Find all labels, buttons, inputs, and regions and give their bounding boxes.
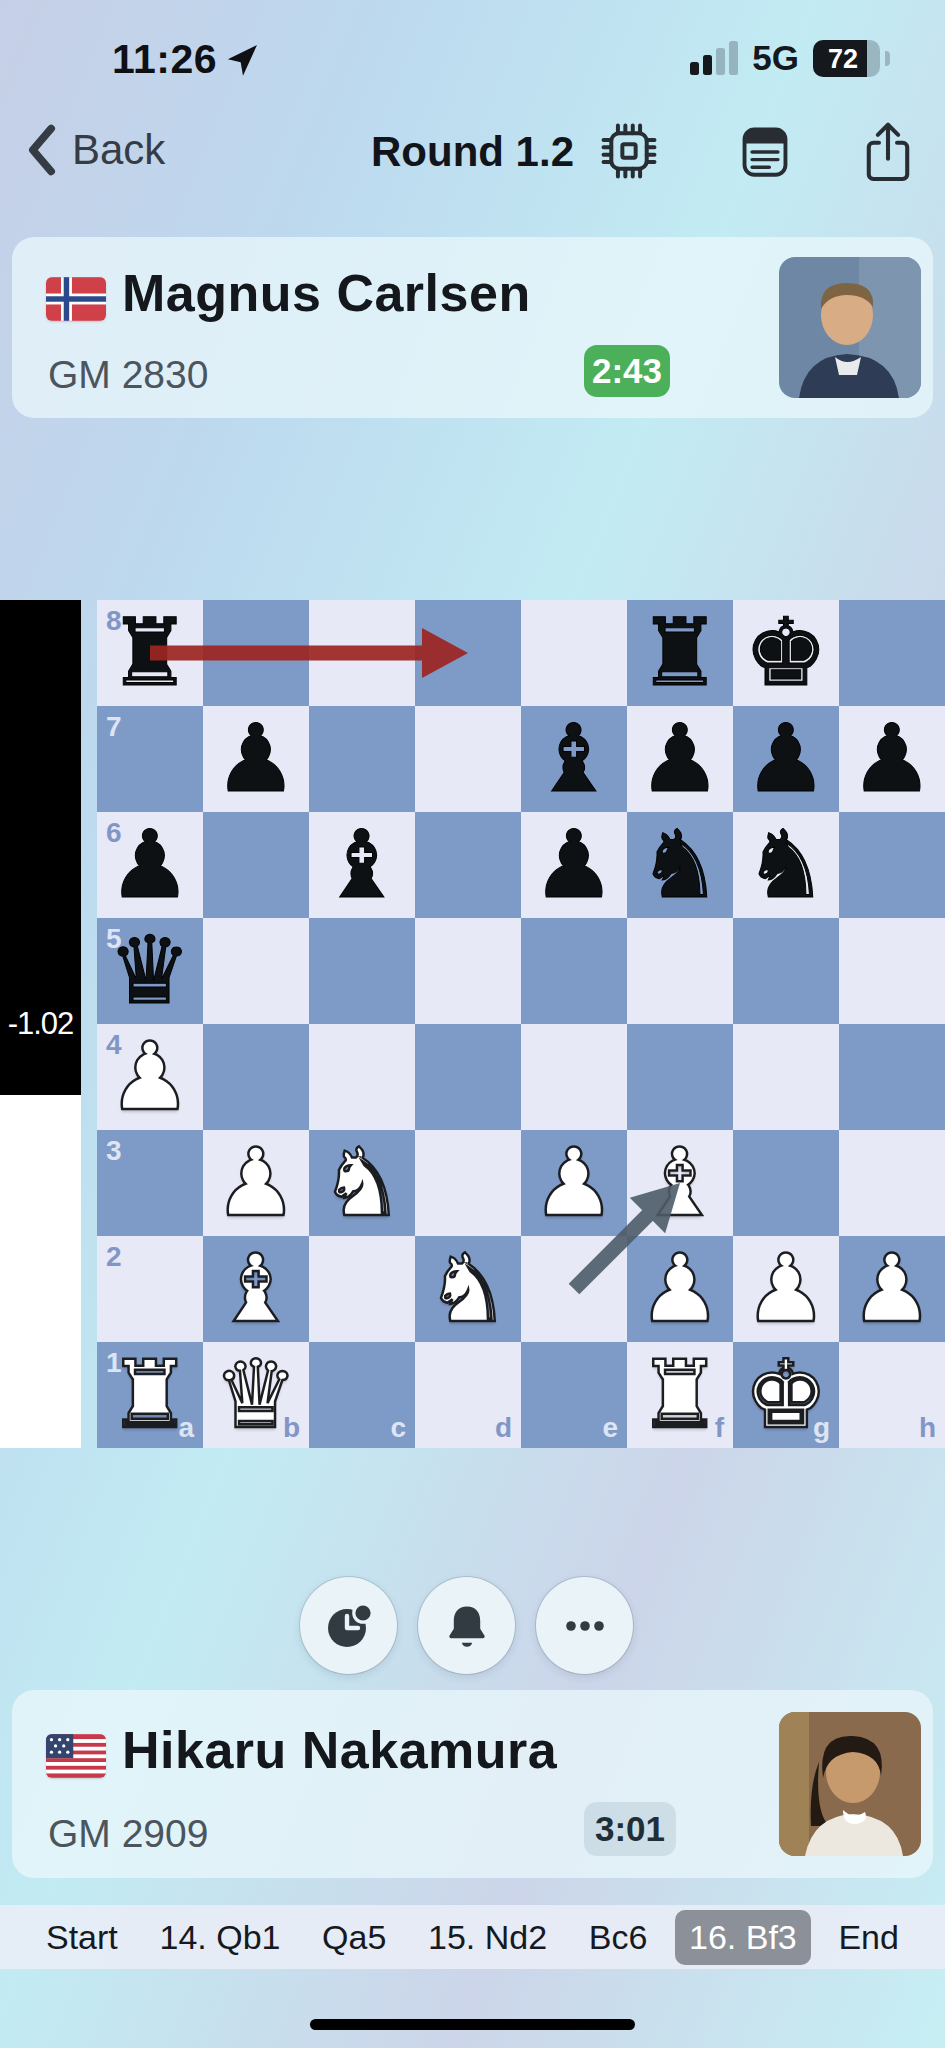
move-item-16-bf3[interactable]: 16. Bf3 bbox=[675, 1910, 811, 1965]
move-item-qa5[interactable]: Qa5 bbox=[308, 1910, 400, 1965]
evaluation-bar: -1.02 bbox=[0, 600, 81, 1448]
clock-alert-button[interactable] bbox=[300, 1577, 397, 1674]
black-P[interactable]: ♟ bbox=[744, 706, 828, 812]
square-h6[interactable] bbox=[839, 812, 945, 918]
black-N[interactable]: ♞ bbox=[744, 812, 828, 918]
black-B[interactable]: ♝ bbox=[320, 812, 404, 918]
square-h8[interactable] bbox=[839, 600, 945, 706]
white-P[interactable]: ♟ bbox=[532, 1130, 616, 1236]
square-a1[interactable]: ♜1a bbox=[97, 1342, 203, 1448]
square-d5[interactable] bbox=[415, 918, 521, 1024]
ellipsis-icon bbox=[559, 1600, 611, 1652]
square-a4[interactable]: ♟4 bbox=[97, 1024, 203, 1130]
square-e7[interactable]: ♝ bbox=[521, 706, 627, 812]
signal-icon bbox=[690, 41, 738, 75]
square-b1[interactable]: ♛b bbox=[203, 1342, 309, 1448]
white-N[interactable]: ♞ bbox=[426, 1236, 510, 1342]
move-item-bc6[interactable]: Bc6 bbox=[575, 1910, 662, 1965]
usa-flag-icon bbox=[46, 1734, 106, 1778]
evaluation-value: -1.02 bbox=[0, 1006, 81, 1042]
player-clock: 3:01 bbox=[584, 1802, 676, 1856]
player-clock: 2:43 bbox=[584, 345, 670, 397]
square-h7[interactable]: ♟ bbox=[839, 706, 945, 812]
black-P[interactable]: ♟ bbox=[214, 706, 298, 812]
white-R[interactable]: ♜ bbox=[638, 1342, 722, 1448]
black-B[interactable]: ♝ bbox=[532, 706, 616, 812]
rank-label-1: 1 bbox=[106, 1349, 122, 1377]
square-b6[interactable] bbox=[203, 812, 309, 918]
square-d1[interactable]: d bbox=[415, 1342, 521, 1448]
square-c4[interactable] bbox=[309, 1024, 415, 1130]
rank-label-3: 3 bbox=[106, 1137, 122, 1165]
share-icon[interactable] bbox=[862, 120, 914, 186]
square-b7[interactable]: ♟ bbox=[203, 706, 309, 812]
file-label-a: a bbox=[178, 1414, 194, 1442]
location-arrow-icon bbox=[222, 40, 262, 80]
square-e5[interactable] bbox=[521, 918, 627, 1024]
square-a2[interactable]: 2 bbox=[97, 1236, 203, 1342]
move-list-bar: Start14. Qb1Qa515. Nd2Bc616. Bf3End bbox=[0, 1905, 945, 1969]
player-card-white: Hikaru Nakamura GM 2909 3:01 bbox=[12, 1690, 933, 1878]
square-g8[interactable]: ♚ bbox=[733, 600, 839, 706]
square-c5[interactable] bbox=[309, 918, 415, 1024]
notes-icon[interactable] bbox=[737, 120, 793, 182]
square-a7[interactable]: 7 bbox=[97, 706, 203, 812]
square-b8[interactable] bbox=[203, 600, 309, 706]
square-g7[interactable]: ♟ bbox=[733, 706, 839, 812]
file-label-e: e bbox=[602, 1414, 618, 1442]
square-e6[interactable]: ♟ bbox=[521, 812, 627, 918]
square-c1[interactable]: c bbox=[309, 1342, 415, 1448]
norway-flag-icon bbox=[46, 277, 106, 321]
player-photo bbox=[779, 1712, 921, 1856]
square-h2[interactable]: ♟ bbox=[839, 1236, 945, 1342]
file-label-f: f bbox=[715, 1414, 724, 1442]
square-d7[interactable] bbox=[415, 706, 521, 812]
square-a5[interactable]: ♛5 bbox=[97, 918, 203, 1024]
square-a8[interactable]: ♜8 bbox=[97, 600, 203, 706]
move-item-14-qb1[interactable]: 14. Qb1 bbox=[145, 1910, 294, 1965]
square-f7[interactable]: ♟ bbox=[627, 706, 733, 812]
rank-label-5: 5 bbox=[106, 925, 122, 953]
square-e2[interactable] bbox=[521, 1236, 627, 1342]
player-title-rating: GM 2830 bbox=[48, 353, 208, 397]
square-e1[interactable]: e bbox=[521, 1342, 627, 1448]
square-a6[interactable]: ♟6 bbox=[97, 812, 203, 918]
square-c3[interactable]: ♞ bbox=[309, 1130, 415, 1236]
square-g4[interactable] bbox=[733, 1024, 839, 1130]
white-B[interactable]: ♝ bbox=[214, 1236, 298, 1342]
app-screen: 11:26 5G 72 Back Round 1.2 bbox=[0, 0, 945, 2048]
square-g6[interactable]: ♞ bbox=[733, 812, 839, 918]
player-photo bbox=[779, 257, 921, 398]
square-f8[interactable]: ♜ bbox=[627, 600, 733, 706]
move-item-15-nd2[interactable]: 15. Nd2 bbox=[414, 1910, 561, 1965]
rank-label-6: 6 bbox=[106, 819, 122, 847]
square-h5[interactable] bbox=[839, 918, 945, 1024]
square-f5[interactable] bbox=[627, 918, 733, 1024]
nav-bar: Back Round 1.2 bbox=[0, 110, 945, 195]
white-P[interactable]: ♟ bbox=[214, 1130, 298, 1236]
white-P[interactable]: ♟ bbox=[744, 1236, 828, 1342]
battery-icon: 72 bbox=[813, 40, 883, 77]
square-a3[interactable]: 3 bbox=[97, 1130, 203, 1236]
square-b5[interactable] bbox=[203, 918, 309, 1024]
square-g3[interactable] bbox=[733, 1130, 839, 1236]
square-d2[interactable]: ♞ bbox=[415, 1236, 521, 1342]
file-label-h: h bbox=[919, 1414, 936, 1442]
file-label-g: g bbox=[813, 1414, 830, 1442]
move-item-start[interactable]: Start bbox=[32, 1910, 132, 1965]
square-f2[interactable]: ♟ bbox=[627, 1236, 733, 1342]
rank-label-8: 8 bbox=[106, 607, 122, 635]
move-item-end[interactable]: End bbox=[824, 1910, 913, 1965]
square-d4[interactable] bbox=[415, 1024, 521, 1130]
square-f3[interactable]: ♝ bbox=[627, 1130, 733, 1236]
network-label: 5G bbox=[752, 38, 799, 78]
file-label-b: b bbox=[283, 1414, 300, 1442]
status-bar: 11:26 5G 72 bbox=[0, 28, 945, 92]
rank-label-7: 7 bbox=[106, 713, 122, 741]
black-R[interactable]: ♜ bbox=[638, 600, 722, 706]
square-c6[interactable]: ♝ bbox=[309, 812, 415, 918]
square-c2[interactable] bbox=[309, 1236, 415, 1342]
chess-board: ♜8♜♚7♟♝♟♟♟♟6♝♟♞♞♛5♟43♟♞♟♝2♝♞♟♟♟♜1a♛bcde♜… bbox=[97, 600, 945, 1448]
square-f1[interactable]: ♜f bbox=[627, 1342, 733, 1448]
square-e3[interactable]: ♟ bbox=[521, 1130, 627, 1236]
white-P[interactable]: ♟ bbox=[850, 1236, 934, 1342]
page-title: Round 1.2 bbox=[0, 128, 945, 176]
square-c8[interactable] bbox=[309, 600, 415, 706]
player-card-black: Magnus Carlsen GM 2830 2:43 bbox=[12, 237, 933, 418]
square-g1[interactable]: ♚g bbox=[733, 1342, 839, 1448]
square-h3[interactable] bbox=[839, 1130, 945, 1236]
square-f6[interactable]: ♞ bbox=[627, 812, 733, 918]
rank-label-2: 2 bbox=[106, 1243, 122, 1271]
bell-icon bbox=[441, 1600, 493, 1652]
black-P[interactable]: ♟ bbox=[638, 706, 722, 812]
square-d3[interactable] bbox=[415, 1130, 521, 1236]
black-N[interactable]: ♞ bbox=[638, 812, 722, 918]
engine-chip-icon[interactable] bbox=[600, 120, 658, 182]
square-b4[interactable] bbox=[203, 1024, 309, 1130]
black-P[interactable]: ♟ bbox=[532, 812, 616, 918]
square-g2[interactable]: ♟ bbox=[733, 1236, 839, 1342]
white-N[interactable]: ♞ bbox=[320, 1130, 404, 1236]
status-time: 11:26 bbox=[112, 36, 217, 83]
file-label-d: d bbox=[495, 1414, 512, 1442]
square-h1[interactable]: h bbox=[839, 1342, 945, 1448]
square-b3[interactable]: ♟ bbox=[203, 1130, 309, 1236]
square-d6[interactable] bbox=[415, 812, 521, 918]
bell-button[interactable] bbox=[418, 1577, 515, 1674]
square-h4[interactable] bbox=[839, 1024, 945, 1130]
battery-percent: 72 bbox=[819, 44, 867, 75]
square-g5[interactable] bbox=[733, 918, 839, 1024]
player-title-rating: GM 2909 bbox=[48, 1812, 208, 1856]
square-e8[interactable] bbox=[521, 600, 627, 706]
home-indicator[interactable] bbox=[310, 2019, 635, 2030]
rank-label-4: 4 bbox=[106, 1031, 122, 1059]
square-f4[interactable] bbox=[627, 1024, 733, 1130]
more-button[interactable] bbox=[536, 1577, 633, 1674]
action-buttons bbox=[300, 1577, 633, 1674]
clock-alert-icon bbox=[323, 1600, 375, 1652]
black-K[interactable]: ♚ bbox=[744, 600, 828, 706]
white-P[interactable]: ♟ bbox=[638, 1236, 722, 1342]
player-name: Magnus Carlsen bbox=[122, 263, 531, 323]
player-name: Hikaru Nakamura bbox=[122, 1720, 557, 1780]
square-e4[interactable] bbox=[521, 1024, 627, 1130]
square-c7[interactable] bbox=[309, 706, 415, 812]
file-label-c: c bbox=[390, 1414, 406, 1442]
black-P[interactable]: ♟ bbox=[850, 706, 934, 812]
square-d8[interactable] bbox=[415, 600, 521, 706]
white-B[interactable]: ♝ bbox=[638, 1130, 722, 1236]
square-b2[interactable]: ♝ bbox=[203, 1236, 309, 1342]
